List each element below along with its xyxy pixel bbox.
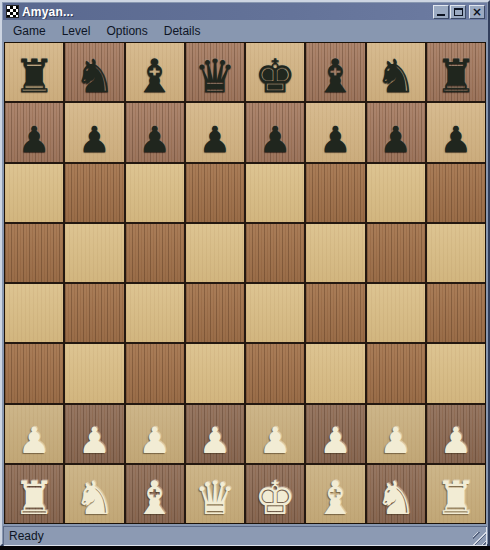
- menu-level[interactable]: Level: [54, 22, 99, 40]
- white-knight: ♞: [74, 475, 115, 523]
- square-b5[interactable]: [65, 224, 123, 282]
- close-icon: ×: [472, 7, 482, 17]
- screen-edge: [0, 546, 490, 550]
- square-e1[interactable]: ♚: [246, 465, 304, 523]
- close-button[interactable]: ×: [469, 5, 485, 19]
- square-a6[interactable]: [5, 164, 63, 222]
- app-chessboard-icon[interactable]: [6, 5, 19, 18]
- white-pawn: ♟: [18, 423, 50, 463]
- square-a5[interactable]: [5, 224, 63, 282]
- black-queen: ♛: [194, 53, 235, 101]
- black-king: ♚: [255, 53, 296, 101]
- square-d5[interactable]: [186, 224, 244, 282]
- square-d3[interactable]: [186, 344, 244, 402]
- square-a7[interactable]: ♟: [5, 103, 63, 161]
- square-a2[interactable]: ♟: [5, 405, 63, 463]
- white-king: ♚: [255, 475, 296, 523]
- square-d7[interactable]: ♟: [186, 103, 244, 161]
- black-rook: ♜: [435, 53, 476, 101]
- square-c5[interactable]: [126, 224, 184, 282]
- white-pawn: ♟: [199, 423, 231, 463]
- square-c1[interactable]: ♝: [126, 465, 184, 523]
- menu-details[interactable]: Details: [156, 22, 209, 40]
- black-pawn: ♟: [379, 122, 411, 162]
- square-c7[interactable]: ♟: [126, 103, 184, 161]
- square-g6[interactable]: [367, 164, 425, 222]
- square-g1[interactable]: ♞: [367, 465, 425, 523]
- status-text: Ready: [3, 529, 44, 543]
- white-pawn: ♟: [259, 423, 291, 463]
- white-pawn: ♟: [138, 423, 170, 463]
- square-e4[interactable]: [246, 284, 304, 342]
- square-d4[interactable]: [186, 284, 244, 342]
- square-a4[interactable]: [5, 284, 63, 342]
- black-pawn: ♟: [259, 122, 291, 162]
- black-pawn: ♟: [18, 122, 50, 162]
- square-h3[interactable]: [427, 344, 485, 402]
- black-knight: ♞: [375, 53, 416, 101]
- black-knight: ♞: [74, 53, 115, 101]
- square-d6[interactable]: [186, 164, 244, 222]
- square-a1[interactable]: ♜: [5, 465, 63, 523]
- square-b8[interactable]: ♞: [65, 43, 123, 101]
- black-pawn: ♟: [440, 122, 472, 162]
- window-controls: ×: [432, 5, 485, 19]
- white-rook: ♜: [14, 475, 55, 523]
- menu-bar: Game Level Options Details: [3, 21, 487, 41]
- square-g2[interactable]: ♟: [367, 405, 425, 463]
- square-a8[interactable]: ♜: [5, 43, 63, 101]
- square-b3[interactable]: [65, 344, 123, 402]
- black-rook: ♜: [14, 53, 55, 101]
- square-c6[interactable]: [126, 164, 184, 222]
- white-bishop: ♝: [315, 475, 356, 523]
- menu-game[interactable]: Game: [5, 22, 54, 40]
- square-c2[interactable]: ♟: [126, 405, 184, 463]
- square-b2[interactable]: ♟: [65, 405, 123, 463]
- square-d8[interactable]: ♛: [186, 43, 244, 101]
- square-h7[interactable]: ♟: [427, 103, 485, 161]
- app-window: Amyan... × Game Level Options Details ♜♞…: [0, 0, 490, 546]
- white-bishop: ♝: [134, 475, 175, 523]
- square-f2[interactable]: ♟: [306, 405, 364, 463]
- minimize-icon: [437, 14, 445, 16]
- square-g8[interactable]: ♞: [367, 43, 425, 101]
- square-b6[interactable]: [65, 164, 123, 222]
- square-g7[interactable]: ♟: [367, 103, 425, 161]
- square-g4[interactable]: [367, 284, 425, 342]
- white-pawn: ♟: [379, 423, 411, 463]
- square-b7[interactable]: ♟: [65, 103, 123, 161]
- square-f8[interactable]: ♝: [306, 43, 364, 101]
- black-pawn: ♟: [138, 122, 170, 162]
- square-e5[interactable]: [246, 224, 304, 282]
- white-pawn: ♟: [440, 423, 472, 463]
- square-b1[interactable]: ♞: [65, 465, 123, 523]
- square-g3[interactable]: [367, 344, 425, 402]
- maximize-icon: [454, 8, 463, 16]
- white-rook: ♜: [435, 475, 476, 523]
- minimize-button[interactable]: [433, 5, 449, 19]
- black-bishop: ♝: [134, 53, 175, 101]
- square-e8[interactable]: ♚: [246, 43, 304, 101]
- square-f4[interactable]: [306, 284, 364, 342]
- square-h4[interactable]: [427, 284, 485, 342]
- white-pawn: ♟: [319, 423, 351, 463]
- square-h5[interactable]: [427, 224, 485, 282]
- square-a3[interactable]: [5, 344, 63, 402]
- square-g5[interactable]: [367, 224, 425, 282]
- chess-board: ♜♞♝♛♚♝♞♜♟♟♟♟♟♟♟♟♟♟♟♟♟♟♟♟♜♞♝♛♚♝♞♜: [5, 43, 485, 523]
- square-c4[interactable]: [126, 284, 184, 342]
- white-pawn: ♟: [78, 423, 110, 463]
- square-c3[interactable]: [126, 344, 184, 402]
- square-h1[interactable]: ♜: [427, 465, 485, 523]
- square-b4[interactable]: [65, 284, 123, 342]
- status-bar: Ready: [3, 526, 487, 546]
- square-h6[interactable]: [427, 164, 485, 222]
- black-bishop: ♝: [315, 53, 356, 101]
- square-h8[interactable]: ♜: [427, 43, 485, 101]
- black-pawn: ♟: [78, 122, 110, 162]
- menu-options[interactable]: Options: [98, 22, 155, 40]
- square-f1[interactable]: ♝: [306, 465, 364, 523]
- square-e7[interactable]: ♟: [246, 103, 304, 161]
- window-title: Amyan...: [22, 5, 432, 19]
- white-queen: ♛: [194, 475, 235, 523]
- square-f3[interactable]: [306, 344, 364, 402]
- square-e6[interactable]: [246, 164, 304, 222]
- square-h2[interactable]: ♟: [427, 405, 485, 463]
- square-f7[interactable]: ♟: [306, 103, 364, 161]
- square-e2[interactable]: ♟: [246, 405, 304, 463]
- white-knight: ♞: [375, 475, 416, 523]
- square-d2[interactable]: ♟: [186, 405, 244, 463]
- square-e3[interactable]: [246, 344, 304, 402]
- square-f6[interactable]: [306, 164, 364, 222]
- resize-grip-icon[interactable]: [473, 532, 486, 545]
- square-f5[interactable]: [306, 224, 364, 282]
- square-d1[interactable]: ♛: [186, 465, 244, 523]
- square-c8[interactable]: ♝: [126, 43, 184, 101]
- board-frame: ♜♞♝♛♚♝♞♜♟♟♟♟♟♟♟♟♟♟♟♟♟♟♟♟♜♞♝♛♚♝♞♜: [4, 42, 486, 524]
- black-pawn: ♟: [319, 122, 351, 162]
- black-pawn: ♟: [199, 122, 231, 162]
- title-bar[interactable]: Amyan... ×: [3, 3, 487, 20]
- maximize-button[interactable]: [450, 5, 466, 19]
